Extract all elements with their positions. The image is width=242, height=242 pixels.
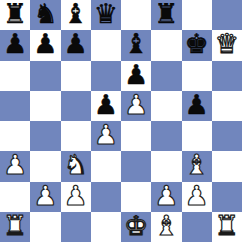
- piece-white-pawn[interactable]: ♟: [154, 182, 178, 211]
- piece-black-rook[interactable]: ♜: [3, 0, 27, 29]
- square-e8[interactable]: [121, 0, 151, 30]
- square-f6[interactable]: [151, 61, 181, 91]
- square-g2[interactable]: ♟: [182, 182, 212, 212]
- piece-black-pawn[interactable]: ♟: [3, 30, 27, 59]
- square-e5[interactable]: ♟: [121, 91, 151, 121]
- square-b4[interactable]: [30, 121, 60, 151]
- piece-black-rook[interactable]: ♜: [154, 0, 178, 29]
- square-d4[interactable]: ♟: [91, 121, 121, 151]
- piece-black-pawn[interactable]: ♟: [64, 30, 88, 59]
- square-b8[interactable]: ♞: [30, 0, 60, 30]
- square-h7[interactable]: ♛: [212, 30, 242, 60]
- square-f8[interactable]: ♜: [151, 0, 181, 30]
- square-h8[interactable]: [212, 0, 242, 30]
- square-a7[interactable]: ♟: [0, 30, 30, 60]
- piece-white-pawn[interactable]: ♟: [124, 91, 148, 120]
- piece-black-king[interactable]: ♚: [185, 30, 209, 59]
- square-c8[interactable]: ♝: [61, 0, 91, 30]
- piece-white-queen[interactable]: ♛: [215, 30, 239, 59]
- piece-black-bishop[interactable]: ♝: [64, 0, 88, 29]
- square-d1[interactable]: [91, 212, 121, 242]
- square-h2[interactable]: [212, 182, 242, 212]
- square-g8[interactable]: [182, 0, 212, 30]
- square-e3[interactable]: [121, 151, 151, 181]
- square-f1[interactable]: ♝: [151, 212, 181, 242]
- piece-white-pawn[interactable]: ♟: [64, 182, 88, 211]
- square-e4[interactable]: [121, 121, 151, 151]
- piece-white-pawn[interactable]: ♟: [33, 182, 57, 211]
- square-c5[interactable]: [61, 91, 91, 121]
- square-a2[interactable]: [0, 182, 30, 212]
- square-e7[interactable]: ♝: [121, 30, 151, 60]
- square-g6[interactable]: [182, 61, 212, 91]
- square-g3[interactable]: ♝: [182, 151, 212, 181]
- piece-white-knight[interactable]: ♞: [64, 151, 88, 180]
- square-e1[interactable]: ♚: [121, 212, 151, 242]
- square-h4[interactable]: [212, 121, 242, 151]
- square-h1[interactable]: ♜: [212, 212, 242, 242]
- piece-black-bishop[interactable]: ♝: [124, 30, 148, 59]
- square-c3[interactable]: ♞: [61, 151, 91, 181]
- square-e6[interactable]: ♟: [121, 61, 151, 91]
- square-f5[interactable]: [151, 91, 181, 121]
- square-d5[interactable]: ♟: [91, 91, 121, 121]
- square-b7[interactable]: ♟: [30, 30, 60, 60]
- square-f2[interactable]: ♟: [151, 182, 181, 212]
- square-a8[interactable]: ♜: [0, 0, 30, 30]
- piece-white-bishop[interactable]: ♝: [185, 151, 209, 180]
- square-h5[interactable]: [212, 91, 242, 121]
- square-c1[interactable]: [61, 212, 91, 242]
- square-d2[interactable]: [91, 182, 121, 212]
- square-b6[interactable]: [30, 61, 60, 91]
- square-a3[interactable]: ♟: [0, 151, 30, 181]
- square-b5[interactable]: [30, 91, 60, 121]
- square-b3[interactable]: [30, 151, 60, 181]
- piece-white-pawn[interactable]: ♟: [94, 121, 118, 150]
- piece-black-pawn[interactable]: ♟: [185, 91, 209, 120]
- square-f4[interactable]: [151, 121, 181, 151]
- square-g7[interactable]: ♚: [182, 30, 212, 60]
- piece-white-rook[interactable]: ♜: [3, 212, 27, 241]
- square-c2[interactable]: ♟: [61, 182, 91, 212]
- square-h3[interactable]: [212, 151, 242, 181]
- chess-board: ♜♞♝♛♜♟♟♟♝♚♛♟♟♟♟♟♟♞♝♟♟♟♟♜♚♝♜: [0, 0, 242, 242]
- square-g4[interactable]: [182, 121, 212, 151]
- square-h6[interactable]: [212, 61, 242, 91]
- piece-white-bishop[interactable]: ♝: [154, 212, 178, 241]
- piece-white-pawn[interactable]: ♟: [185, 182, 209, 211]
- square-f7[interactable]: [151, 30, 181, 60]
- piece-black-knight[interactable]: ♞: [33, 0, 57, 29]
- piece-black-pawn[interactable]: ♟: [124, 61, 148, 90]
- piece-black-pawn[interactable]: ♟: [94, 91, 118, 120]
- square-c4[interactable]: [61, 121, 91, 151]
- piece-white-rook[interactable]: ♜: [215, 212, 239, 241]
- square-g1[interactable]: [182, 212, 212, 242]
- square-a4[interactable]: [0, 121, 30, 151]
- square-g5[interactable]: ♟: [182, 91, 212, 121]
- square-a5[interactable]: [0, 91, 30, 121]
- square-b2[interactable]: ♟: [30, 182, 60, 212]
- square-d6[interactable]: [91, 61, 121, 91]
- piece-white-king[interactable]: ♚: [124, 212, 148, 241]
- square-f3[interactable]: [151, 151, 181, 181]
- square-d8[interactable]: ♛: [91, 0, 121, 30]
- piece-black-pawn[interactable]: ♟: [33, 30, 57, 59]
- square-d3[interactable]: [91, 151, 121, 181]
- square-a1[interactable]: ♜: [0, 212, 30, 242]
- square-e2[interactable]: [121, 182, 151, 212]
- piece-white-pawn[interactable]: ♟: [3, 151, 27, 180]
- square-c6[interactable]: [61, 61, 91, 91]
- square-d7[interactable]: [91, 30, 121, 60]
- square-b1[interactable]: [30, 212, 60, 242]
- square-a6[interactable]: [0, 61, 30, 91]
- square-c7[interactable]: ♟: [61, 30, 91, 60]
- piece-black-queen[interactable]: ♛: [94, 0, 118, 29]
